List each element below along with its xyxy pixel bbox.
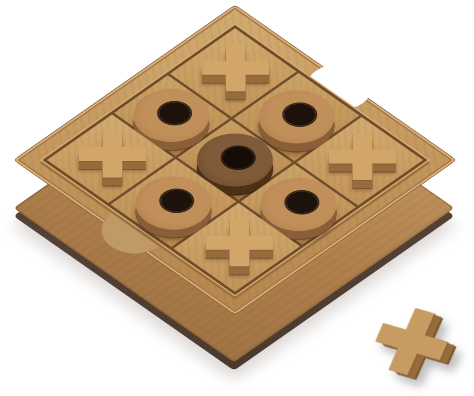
loose-piece-x[interactable]: ✖: [356, 290, 468, 396]
scene: ✖✖✖✖ ✖: [0, 0, 474, 396]
piece-x[interactable]: ✖: [357, 287, 468, 396]
